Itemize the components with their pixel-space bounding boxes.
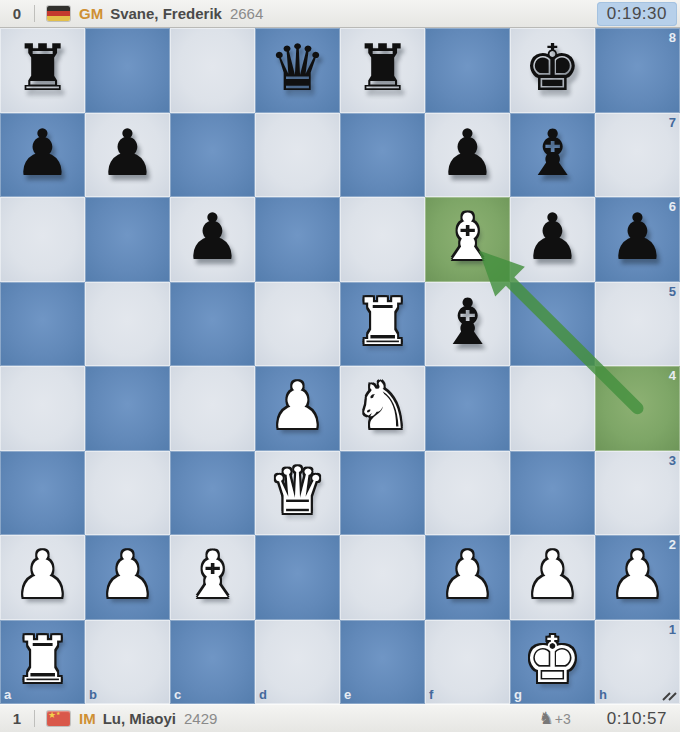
square-d2[interactable] <box>255 535 340 620</box>
square-b3[interactable] <box>85 451 170 536</box>
piece-black-rook-a8[interactable]: ♜ <box>14 36 71 100</box>
square-d8[interactable]: ♛ <box>255 28 340 113</box>
square-h4[interactable]: 4 <box>595 366 680 451</box>
file-label-e: e <box>344 687 351 702</box>
square-e4[interactable]: ♞ <box>340 366 425 451</box>
piece-white-pawn-b2[interactable]: ♟ <box>99 543 156 607</box>
board-area: ♜♛♜♚8♟♟♟♝7♟♝♟♟6♜♝5♟♞4♛3♟♟♝♟♟♟2♜abcdef♚g1… <box>0 28 680 704</box>
square-f5[interactable]: ♝ <box>425 282 510 367</box>
file-label-b: b <box>89 687 97 702</box>
piece-white-pawn-d4[interactable]: ♟ <box>269 374 326 438</box>
bottom-player-bar: 1 ★ ★ IM Lu, Miaoyi 2429 ♞ +3 0:10:57 <box>0 704 680 732</box>
square-h2[interactable]: ♟2 <box>595 535 680 620</box>
square-d4[interactable]: ♟ <box>255 366 340 451</box>
piece-black-pawn-b7[interactable]: ♟ <box>99 121 156 185</box>
piece-white-king-g1[interactable]: ♚ <box>524 628 581 692</box>
square-h5[interactable]: 5 <box>595 282 680 367</box>
piece-black-pawn-f7[interactable]: ♟ <box>439 121 496 185</box>
square-f6[interactable]: ♝ <box>425 197 510 282</box>
piece-black-rook-e8[interactable]: ♜ <box>354 36 411 100</box>
top-player-title: GM <box>79 5 103 22</box>
square-e3[interactable] <box>340 451 425 536</box>
top-player-clock: 0:19:30 <box>597 2 677 26</box>
piece-black-bishop-f5[interactable]: ♝ <box>439 290 496 354</box>
square-g6[interactable]: ♟ <box>510 197 595 282</box>
piece-white-rook-a1[interactable]: ♜ <box>14 628 71 692</box>
square-c1[interactable]: c <box>170 620 255 705</box>
square-f1[interactable]: f <box>425 620 510 705</box>
square-b6[interactable] <box>85 197 170 282</box>
square-c8[interactable] <box>170 28 255 113</box>
piece-white-bishop-c2[interactable]: ♝ <box>184 543 241 607</box>
piece-black-king-g8[interactable]: ♚ <box>524 36 581 100</box>
file-label-f: f <box>429 687 433 702</box>
square-c2[interactable]: ♝ <box>170 535 255 620</box>
square-b4[interactable] <box>85 366 170 451</box>
top-player-score: 0 <box>0 5 34 22</box>
square-e5[interactable]: ♜ <box>340 282 425 367</box>
piece-black-queen-d8[interactable]: ♛ <box>269 36 326 100</box>
square-f3[interactable] <box>425 451 510 536</box>
material-balance: ♞ +3 <box>539 710 571 727</box>
square-a6[interactable] <box>0 197 85 282</box>
file-label-d: d <box>259 687 267 702</box>
rank-label-8: 8 <box>669 30 676 45</box>
square-g3[interactable] <box>510 451 595 536</box>
square-c4[interactable] <box>170 366 255 451</box>
top-player-bar: 0 GM Svane, Frederik 2664 0:19:30 <box>0 0 680 28</box>
square-g8[interactable]: ♚ <box>510 28 595 113</box>
square-a8[interactable]: ♜ <box>0 28 85 113</box>
square-e7[interactable] <box>340 113 425 198</box>
resize-handle[interactable] <box>659 683 677 701</box>
bottom-player-name: Lu, Miaoyi <box>103 710 176 727</box>
piece-black-pawn-g6[interactable]: ♟ <box>524 205 581 269</box>
board: ♜♛♜♚8♟♟♟♝7♟♝♟♟6♜♝5♟♞4♛3♟♟♝♟♟♟2♜abcdef♚g1… <box>0 28 680 704</box>
piece-white-bishop-f6[interactable]: ♝ <box>439 205 496 269</box>
square-a7[interactable]: ♟ <box>0 113 85 198</box>
square-c5[interactable] <box>170 282 255 367</box>
square-e2[interactable] <box>340 535 425 620</box>
file-label-c: c <box>174 687 181 702</box>
square-a4[interactable] <box>0 366 85 451</box>
square-b1[interactable]: b <box>85 620 170 705</box>
bottom-player-rating: 2429 <box>184 710 217 727</box>
piece-white-pawn-a2[interactable]: ♟ <box>14 543 71 607</box>
square-f8[interactable] <box>425 28 510 113</box>
square-c3[interactable] <box>170 451 255 536</box>
square-f7[interactable]: ♟ <box>425 113 510 198</box>
file-label-a: a <box>4 687 11 702</box>
separator <box>34 5 35 22</box>
square-a3[interactable] <box>0 451 85 536</box>
top-player-name: Svane, Frederik <box>110 5 222 22</box>
square-d7[interactable] <box>255 113 340 198</box>
piece-white-knight-e4[interactable]: ♞ <box>354 374 411 438</box>
piece-white-pawn-g2[interactable]: ♟ <box>524 543 581 607</box>
piece-white-pawn-f2[interactable]: ♟ <box>439 543 496 607</box>
bottom-player-score: 1 <box>0 710 34 727</box>
square-g2[interactable]: ♟ <box>510 535 595 620</box>
square-b7[interactable]: ♟ <box>85 113 170 198</box>
piece-black-pawn-c6[interactable]: ♟ <box>184 205 241 269</box>
piece-black-pawn-a7[interactable]: ♟ <box>14 121 71 185</box>
piece-white-pawn-h2[interactable]: ♟ <box>609 543 666 607</box>
material-value: +3 <box>555 711 571 727</box>
square-h6[interactable]: ♟6 <box>595 197 680 282</box>
separator <box>34 710 35 727</box>
square-e6[interactable] <box>340 197 425 282</box>
square-b8[interactable] <box>85 28 170 113</box>
file-label-h: h <box>599 687 607 702</box>
square-e1[interactable]: e <box>340 620 425 705</box>
square-g5[interactable] <box>510 282 595 367</box>
star-icon: ★ <box>48 711 56 721</box>
square-a2[interactable]: ♟ <box>0 535 85 620</box>
square-g1[interactable]: ♚g <box>510 620 595 705</box>
square-g4[interactable] <box>510 366 595 451</box>
square-g7[interactable]: ♝ <box>510 113 595 198</box>
file-label-g: g <box>514 687 522 702</box>
square-h8[interactable]: 8 <box>595 28 680 113</box>
square-h3[interactable]: 3 <box>595 451 680 536</box>
square-d6[interactable] <box>255 197 340 282</box>
star-icon: ★ <box>56 711 60 716</box>
rank-label-4: 4 <box>669 368 676 383</box>
rank-label-6: 6 <box>669 199 676 214</box>
square-c6[interactable]: ♟ <box>170 197 255 282</box>
square-d1[interactable]: d <box>255 620 340 705</box>
piece-black-bishop-g7[interactable]: ♝ <box>524 121 581 185</box>
square-f4[interactable] <box>425 366 510 451</box>
square-d5[interactable] <box>255 282 340 367</box>
rank-label-7: 7 <box>669 115 676 130</box>
square-f2[interactable]: ♟ <box>425 535 510 620</box>
square-c7[interactable] <box>170 113 255 198</box>
square-e8[interactable]: ♜ <box>340 28 425 113</box>
chess-app-window: 0 GM Svane, Frederik 2664 0:19:30 ♜♛♜♚8♟… <box>0 0 680 732</box>
rank-label-5: 5 <box>669 284 676 299</box>
bottom-player-title: IM <box>79 710 96 727</box>
rank-label-1: 1 <box>669 622 676 637</box>
square-a5[interactable] <box>0 282 85 367</box>
china-flag-icon: ★ ★ <box>47 711 70 726</box>
square-h1[interactable]: 1h <box>595 620 680 705</box>
piece-white-rook-e5[interactable]: ♜ <box>354 290 411 354</box>
square-b2[interactable]: ♟ <box>85 535 170 620</box>
square-b5[interactable] <box>85 282 170 367</box>
knight-icon: ♞ <box>539 710 554 727</box>
piece-black-pawn-h6[interactable]: ♟ <box>609 205 666 269</box>
bottom-player-clock: 0:10:57 <box>597 707 677 731</box>
square-a1[interactable]: ♜a <box>0 620 85 705</box>
square-d3[interactable]: ♛ <box>255 451 340 536</box>
germany-flag-icon <box>47 6 70 21</box>
top-player-rating: 2664 <box>230 5 263 22</box>
rank-label-2: 2 <box>669 537 676 552</box>
piece-white-queen-d3[interactable]: ♛ <box>269 459 326 523</box>
rank-label-3: 3 <box>669 453 676 468</box>
square-h7[interactable]: 7 <box>595 113 680 198</box>
